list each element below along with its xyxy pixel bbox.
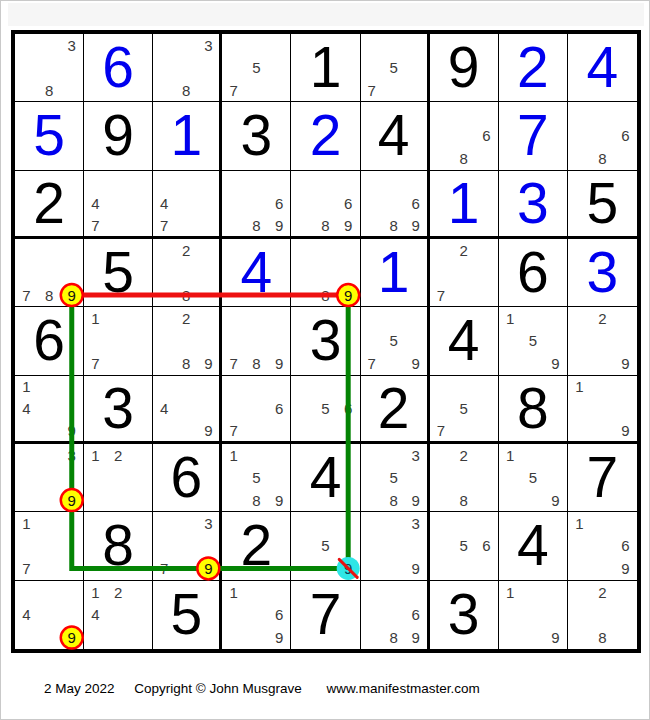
candidate-2 <box>245 34 268 56</box>
candidate-2: 2 <box>175 239 197 261</box>
cell-r2c5[interactable]: 2 <box>291 102 360 170</box>
candidate-1: 1 <box>568 376 591 398</box>
candidate-3 <box>268 34 291 56</box>
cell-r9c8[interactable]: 19 <box>499 581 568 649</box>
candidate-8 <box>591 557 614 579</box>
cell-value: 4 <box>291 444 359 511</box>
candidate-8 <box>521 352 544 374</box>
candidate-3: 3 <box>197 512 219 534</box>
cell-r6c4[interactable]: 67 <box>222 376 291 444</box>
candidate-7: 7 <box>84 352 107 374</box>
candidate-3 <box>268 307 291 329</box>
candidate-7: 7 <box>15 557 38 579</box>
candidate-2 <box>175 512 197 534</box>
top-band <box>8 3 644 26</box>
cell-r7c9[interactable]: 7 <box>568 444 637 512</box>
cell-r9c9[interactable]: 28 <box>568 581 637 649</box>
cell-r1c8[interactable]: 2 <box>499 34 568 102</box>
candidate-4 <box>361 56 383 78</box>
candidate-9: 9 <box>197 419 219 441</box>
candidate-grid: 28 <box>430 444 498 511</box>
cell-r4c9[interactable]: 3 <box>568 239 637 307</box>
candidate-7 <box>430 557 453 579</box>
candidate-grid: 56 <box>291 376 359 441</box>
cell-value: 1 <box>430 171 498 236</box>
cell-r9c6[interactable]: 689 <box>361 581 430 649</box>
candidate-8: 8 <box>383 626 405 649</box>
candidate-6 <box>475 261 498 283</box>
cell-value: 4 <box>361 102 427 169</box>
candidate-9: 9 <box>60 419 83 441</box>
cell-r5c9[interactable]: 29 <box>568 307 637 375</box>
cell-r2c6[interactable]: 4 <box>361 102 430 170</box>
cell-value: 2 <box>291 102 359 169</box>
candidate-7 <box>291 557 314 579</box>
candidate-9: 9 <box>268 489 291 511</box>
candidate-5 <box>107 192 130 214</box>
candidate-9 <box>197 79 219 101</box>
candidate-2 <box>38 376 61 398</box>
candidate-4 <box>15 261 38 283</box>
candidate-7 <box>568 557 591 579</box>
candidate-2: 2 <box>452 444 475 466</box>
cell-value: 2 <box>15 171 83 236</box>
candidate-1: 1 <box>222 581 245 604</box>
cell-r3c7[interactable]: 1 <box>430 171 499 239</box>
cell-r9c4[interactable]: 169 <box>222 581 291 649</box>
candidate-2 <box>175 34 197 56</box>
candidate-3 <box>268 171 291 193</box>
candidate-4: 4 <box>153 397 175 419</box>
candidate-1 <box>291 376 314 398</box>
candidate-3: 3 <box>197 34 219 56</box>
candidate-8 <box>452 557 475 579</box>
candidate-5 <box>591 397 614 419</box>
candidate-9: 9 <box>337 284 360 306</box>
candidate-5 <box>107 603 130 626</box>
cell-r7c7[interactable]: 28 <box>430 444 499 512</box>
candidate-1 <box>361 34 383 56</box>
candidate-8 <box>38 489 61 511</box>
candidate-9: 9 <box>614 419 637 441</box>
candidate-8 <box>107 489 130 511</box>
cell-value: 3 <box>291 307 359 374</box>
candidate-5 <box>245 603 268 626</box>
cell-value: 2 <box>222 512 290 579</box>
candidate-9: 9 <box>544 626 567 649</box>
candidate-4 <box>222 466 245 488</box>
candidate-1: 1 <box>499 307 522 329</box>
candidate-6 <box>337 535 360 557</box>
cell-r6c7[interactable]: 57 <box>430 376 499 444</box>
cell-r8c4[interactable]: 2 <box>222 512 291 580</box>
candidate-3 <box>614 376 637 398</box>
cell-r8c1[interactable]: 17 <box>15 512 84 580</box>
cell-r6c2[interactable]: 3 <box>84 376 153 444</box>
candidate-8 <box>245 419 268 441</box>
cell-r3c3[interactable]: 47 <box>153 171 222 239</box>
candidate-4 <box>361 466 383 488</box>
candidate-3 <box>614 102 637 124</box>
candidate-4 <box>15 535 38 557</box>
candidate-6 <box>405 56 427 78</box>
cell-r7c6[interactable]: 3589 <box>361 444 430 512</box>
candidate-2 <box>314 512 337 534</box>
candidate-1: 1 <box>84 581 107 604</box>
candidate-3 <box>197 239 219 261</box>
candidate-6 <box>197 535 219 557</box>
candidate-6 <box>544 466 567 488</box>
cell-r5c6[interactable]: 579 <box>361 307 430 375</box>
candidate-5 <box>38 466 61 488</box>
cell-value: 3 <box>222 102 290 169</box>
cell-r4c4[interactable]: 4 <box>222 239 291 307</box>
cell-r4c3[interactable]: 28 <box>153 239 222 307</box>
candidate-grid: 579 <box>361 307 427 374</box>
cell-value: 6 <box>153 444 219 511</box>
cell-r5c3[interactable]: 289 <box>153 307 222 375</box>
cell-r1c3[interactable]: 38 <box>153 34 222 102</box>
cell-r3c2[interactable]: 47 <box>84 171 153 239</box>
candidate-3 <box>475 444 498 466</box>
candidate-7 <box>361 626 383 649</box>
candidate-4 <box>222 192 245 214</box>
cell-value: 3 <box>430 581 498 649</box>
cell-r2c8[interactable]: 7 <box>499 102 568 170</box>
candidate-6 <box>405 466 427 488</box>
candidate-1 <box>15 34 38 56</box>
candidate-4 <box>222 56 245 78</box>
candidate-3: 3 <box>405 512 427 534</box>
cell-value: 4 <box>430 307 498 374</box>
candidate-5 <box>38 603 61 626</box>
candidate-2 <box>245 581 268 604</box>
candidate-8 <box>521 489 544 511</box>
candidate-8: 8 <box>314 284 337 306</box>
cell-r7c4[interactable]: 1589 <box>222 444 291 512</box>
candidate-5 <box>591 535 614 557</box>
candidate-8 <box>38 557 61 579</box>
cell-value: 7 <box>568 444 637 511</box>
cell-r7c1[interactable]: 39 <box>15 444 84 512</box>
cell-r1c2[interactable]: 6 <box>84 34 153 102</box>
candidate-2 <box>521 444 544 466</box>
candidate-5: 5 <box>383 330 405 352</box>
cell-r7c3[interactable]: 6 <box>153 444 222 512</box>
cell-r5c7[interactable]: 4 <box>430 307 499 375</box>
candidate-9 <box>130 352 153 374</box>
candidate-3 <box>405 34 427 56</box>
candidate-2 <box>383 171 405 193</box>
candidate-9: 9 <box>405 489 427 511</box>
candidate-5: 5 <box>521 330 544 352</box>
footer-copyright: Copyright © John Musgrave <box>134 681 302 696</box>
cell-r2c4[interactable]: 3 <box>222 102 291 170</box>
candidate-8: 8 <box>175 352 197 374</box>
cell-r9c5[interactable]: 7 <box>291 581 360 649</box>
candidate-grid: 19 <box>499 581 567 649</box>
candidate-7 <box>153 352 175 374</box>
cell-r3c6[interactable]: 689 <box>361 171 430 239</box>
candidate-2: 2 <box>175 307 197 329</box>
candidate-9 <box>475 147 498 169</box>
candidate-5: 5 <box>245 466 268 488</box>
candidate-2 <box>383 34 405 56</box>
candidate-4 <box>291 261 314 283</box>
candidate-1 <box>222 307 245 329</box>
cell-value: 9 <box>84 102 152 169</box>
cell-r1c7[interactable]: 9 <box>430 34 499 102</box>
candidate-6 <box>337 261 360 283</box>
candidate-6: 6 <box>337 397 360 419</box>
candidate-9: 9 <box>268 626 291 649</box>
candidate-4 <box>361 603 383 626</box>
candidate-1 <box>361 581 383 604</box>
cell-r9c7[interactable]: 3 <box>430 581 499 649</box>
candidate-4 <box>291 535 314 557</box>
candidate-grid: 169 <box>568 512 637 579</box>
candidate-7 <box>15 419 38 441</box>
candidate-3: 3 <box>60 444 83 466</box>
candidate-5 <box>107 330 130 352</box>
cell-r2c2[interactable]: 9 <box>84 102 153 170</box>
candidate-8: 8 <box>245 489 268 511</box>
candidate-9 <box>475 419 498 441</box>
footer-website[interactable]: www.manifestmaster.com <box>327 681 480 696</box>
candidate-2 <box>107 307 130 329</box>
candidate-4 <box>430 125 453 147</box>
cell-value: 6 <box>499 239 567 306</box>
cell-value: 7 <box>291 581 359 649</box>
cell-r8c7[interactable]: 56 <box>430 512 499 580</box>
candidate-7 <box>153 79 175 101</box>
candidate-8 <box>107 626 130 649</box>
candidate-2: 2 <box>591 581 614 604</box>
candidate-8 <box>107 214 130 236</box>
candidate-1: 1 <box>84 444 107 466</box>
candidate-grid: 39 <box>15 444 83 511</box>
cell-value: 5 <box>153 581 219 649</box>
cell-value: 3 <box>568 239 637 306</box>
candidate-7 <box>568 147 591 169</box>
cell-r8c9[interactable]: 169 <box>568 512 637 580</box>
candidate-1 <box>361 307 383 329</box>
cell-value: 1 <box>153 102 219 169</box>
cell-r5c5[interactable]: 3 <box>291 307 360 375</box>
cell-r3c8[interactable]: 3 <box>499 171 568 239</box>
cell-r4c7[interactable]: 27 <box>430 239 499 307</box>
candidate-6 <box>60 56 83 78</box>
cell-r6c3[interactable]: 49 <box>153 376 222 444</box>
candidate-grid: 689 <box>361 581 427 649</box>
candidate-8 <box>38 626 61 649</box>
candidate-2 <box>383 307 405 329</box>
candidate-1 <box>430 102 453 124</box>
cell-r2c9[interactable]: 68 <box>568 102 637 170</box>
cell-r8c5[interactable]: 59 <box>291 512 360 580</box>
cell-r3c5[interactable]: 689 <box>291 171 360 239</box>
cell-r5c4[interactable]: 789 <box>222 307 291 375</box>
candidate-6 <box>475 466 498 488</box>
candidate-9: 9 <box>614 557 637 579</box>
candidate-grid: 149 <box>15 376 83 441</box>
cell-r8c3[interactable]: 379 <box>153 512 222 580</box>
cell-r6c6[interactable]: 2 <box>361 376 430 444</box>
candidate-5 <box>38 56 61 78</box>
cell-r1c9[interactable]: 4 <box>568 34 637 102</box>
candidate-7: 7 <box>361 79 383 101</box>
candidate-3 <box>60 376 83 398</box>
candidate-7: 7 <box>222 352 245 374</box>
candidate-1 <box>568 102 591 124</box>
candidate-grid: 12 <box>84 444 152 511</box>
candidate-2 <box>314 239 337 261</box>
cell-r6c9[interactable]: 19 <box>568 376 637 444</box>
candidate-2 <box>591 376 614 398</box>
candidate-4 <box>84 466 107 488</box>
candidate-5 <box>175 192 197 214</box>
candidate-8 <box>175 419 197 441</box>
cell-r3c9[interactable]: 5 <box>568 171 637 239</box>
candidate-1 <box>291 239 314 261</box>
cell-r4c1[interactable]: 789 <box>15 239 84 307</box>
candidate-6 <box>60 397 83 419</box>
candidate-8: 8 <box>245 352 268 374</box>
candidate-6 <box>268 56 291 78</box>
cell-r6c1[interactable]: 149 <box>15 376 84 444</box>
candidate-7: 7 <box>430 419 453 441</box>
cell-r1c6[interactable]: 57 <box>361 34 430 102</box>
candidate-7: 7 <box>361 352 383 374</box>
cell-r9c2[interactable]: 124 <box>84 581 153 649</box>
cell-r9c3[interactable]: 5 <box>153 581 222 649</box>
cell-r6c8[interactable]: 8 <box>499 376 568 444</box>
candidate-4 <box>153 56 175 78</box>
candidate-5: 5 <box>383 466 405 488</box>
candidate-6 <box>544 603 567 626</box>
cell-r2c1[interactable]: 5 <box>15 102 84 170</box>
candidate-9: 9 <box>268 214 291 236</box>
candidate-4 <box>568 125 591 147</box>
candidate-8 <box>175 557 197 579</box>
candidate-3: 3 <box>405 444 427 466</box>
candidate-1: 1 <box>84 307 107 329</box>
candidate-4 <box>568 330 591 352</box>
cell-r3c1[interactable]: 2 <box>15 171 84 239</box>
cell-r4c2[interactable]: 5 <box>84 239 153 307</box>
candidate-grid: 17 <box>15 512 83 579</box>
candidate-1: 1 <box>499 444 522 466</box>
candidate-8 <box>521 626 544 649</box>
cell-r2c3[interactable]: 1 <box>153 102 222 170</box>
candidate-6: 6 <box>268 603 291 626</box>
candidate-8 <box>38 419 61 441</box>
cell-r7c8[interactable]: 159 <box>499 444 568 512</box>
candidate-5: 5 <box>521 466 544 488</box>
candidate-7 <box>568 419 591 441</box>
candidate-7 <box>568 352 591 374</box>
candidate-2 <box>521 581 544 604</box>
candidate-grid: 56 <box>430 512 498 579</box>
candidate-4 <box>430 466 453 488</box>
candidate-2 <box>383 512 405 534</box>
candidate-5: 5 <box>452 397 475 419</box>
cell-r5c2[interactable]: 17 <box>84 307 153 375</box>
candidate-9 <box>197 214 219 236</box>
cell-r6c5[interactable]: 56 <box>291 376 360 444</box>
candidate-7 <box>361 557 383 579</box>
candidate-4 <box>222 397 245 419</box>
cell-r4c5[interactable]: 89 <box>291 239 360 307</box>
candidate-3 <box>405 307 427 329</box>
candidate-3 <box>268 581 291 604</box>
candidate-6: 6 <box>337 192 360 214</box>
candidate-5 <box>383 535 405 557</box>
cell-r1c1[interactable]: 38 <box>15 34 84 102</box>
candidate-grid: 169 <box>222 581 290 649</box>
candidate-7 <box>15 489 38 511</box>
cell-r8c6[interactable]: 39 <box>361 512 430 580</box>
candidate-3 <box>197 307 219 329</box>
candidate-5 <box>591 330 614 352</box>
candidate-5 <box>452 466 475 488</box>
candidate-3 <box>197 171 219 193</box>
candidate-6: 6 <box>614 125 637 147</box>
candidate-9 <box>268 419 291 441</box>
cell-r9c1[interactable]: 49 <box>15 581 84 649</box>
candidate-3 <box>544 307 567 329</box>
cell-r5c1[interactable]: 6 <box>15 307 84 375</box>
cell-value: 6 <box>84 34 152 101</box>
candidate-grid: 68 <box>430 102 498 169</box>
candidate-6 <box>405 330 427 352</box>
candidate-grid: 27 <box>430 239 498 306</box>
candidate-2 <box>38 239 61 261</box>
candidate-6: 6 <box>614 535 637 557</box>
cell-r8c2[interactable]: 8 <box>84 512 153 580</box>
cell-r1c4[interactable]: 57 <box>222 34 291 102</box>
footer-date: 2 May 2022 <box>44 681 115 696</box>
cell-r4c6[interactable]: 1 <box>361 239 430 307</box>
candidate-4 <box>430 397 453 419</box>
candidate-6 <box>197 397 219 419</box>
candidate-1 <box>430 376 453 398</box>
candidate-grid: 89 <box>291 239 359 306</box>
cell-r1c5[interactable]: 1 <box>291 34 360 102</box>
candidate-1 <box>291 512 314 534</box>
candidate-8 <box>383 352 405 374</box>
sudoku-grid: 3863857157924591324687682474768968968913… <box>11 30 641 653</box>
candidate-9 <box>614 626 637 649</box>
candidate-7 <box>153 419 175 441</box>
candidate-3 <box>475 376 498 398</box>
candidate-6 <box>60 603 83 626</box>
cell-r4c8[interactable]: 6 <box>499 239 568 307</box>
cell-r7c2[interactable]: 12 <box>84 444 153 512</box>
cell-r3c4[interactable]: 689 <box>222 171 291 239</box>
cell-r7c5[interactable]: 4 <box>291 444 360 512</box>
candidate-grid: 57 <box>361 34 427 101</box>
cell-r8c8[interactable]: 4 <box>499 512 568 580</box>
candidate-grid: 789 <box>15 239 83 306</box>
candidate-6 <box>614 330 637 352</box>
cell-value: 5 <box>568 171 637 236</box>
candidate-6 <box>130 603 153 626</box>
candidate-3 <box>614 581 637 604</box>
candidate-8 <box>245 626 268 649</box>
cell-r5c8[interactable]: 159 <box>499 307 568 375</box>
cell-r2c7[interactable]: 68 <box>430 102 499 170</box>
